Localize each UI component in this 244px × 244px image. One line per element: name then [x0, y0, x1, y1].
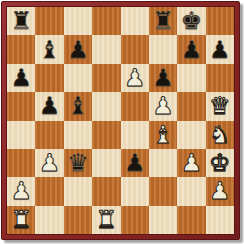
square-g3[interactable]: ♟ [177, 149, 205, 177]
square-a8[interactable]: ♜ [7, 7, 35, 35]
square-a3[interactable] [7, 149, 35, 177]
board: ♜♜♚♝♟♟♟♟♟♟♟♝♟♛♝♞♟♛♟♟♚♟♟♜♜ [7, 7, 234, 234]
piece-white-king-h3[interactable]: ♚ [209, 149, 231, 177]
square-e7[interactable] [121, 35, 149, 63]
square-d7[interactable] [92, 35, 120, 63]
square-h1[interactable] [206, 206, 234, 234]
piece-white-rook-d1[interactable]: ♜ [96, 206, 118, 234]
square-h2[interactable]: ♟ [206, 177, 234, 205]
piece-black-rook-a8[interactable]: ♜ [10, 7, 32, 35]
piece-black-pawn-h7[interactable]: ♟ [209, 36, 231, 64]
piece-white-queen-h5[interactable]: ♛ [209, 92, 231, 120]
piece-white-pawn-b3[interactable]: ♟ [39, 149, 61, 177]
piece-black-pawn-g7[interactable]: ♟ [181, 36, 203, 64]
square-g2[interactable] [177, 177, 205, 205]
piece-white-pawn-a2[interactable]: ♟ [10, 177, 32, 205]
piece-white-pawn-h2[interactable]: ♟ [209, 177, 231, 205]
piece-black-pawn-f6[interactable]: ♟ [152, 64, 174, 92]
square-g7[interactable]: ♟ [177, 35, 205, 63]
square-c7[interactable]: ♟ [64, 35, 92, 63]
square-a5[interactable] [7, 92, 35, 120]
piece-black-pawn-b5[interactable]: ♟ [39, 92, 61, 120]
square-a7[interactable] [7, 35, 35, 63]
piece-black-king-g8[interactable]: ♚ [181, 7, 203, 35]
square-b3[interactable]: ♟ [35, 149, 63, 177]
square-c2[interactable] [64, 177, 92, 205]
square-e6[interactable]: ♟ [121, 64, 149, 92]
square-h4[interactable]: ♞ [206, 121, 234, 149]
piece-white-rook-a1[interactable]: ♜ [10, 206, 32, 234]
square-f6[interactable]: ♟ [149, 64, 177, 92]
square-h8[interactable] [206, 7, 234, 35]
piece-white-bishop-f4[interactable]: ♝ [152, 121, 174, 149]
square-e5[interactable] [121, 92, 149, 120]
square-f3[interactable] [149, 149, 177, 177]
page-background: ♜♜♚♝♟♟♟♟♟♟♟♝♟♛♝♞♟♛♟♟♚♟♟♜♜ [0, 0, 244, 244]
square-b4[interactable] [35, 121, 63, 149]
square-b6[interactable] [35, 64, 63, 92]
square-a1[interactable]: ♜ [7, 206, 35, 234]
square-g6[interactable] [177, 64, 205, 92]
square-h6[interactable] [206, 64, 234, 92]
square-b8[interactable] [35, 7, 63, 35]
square-d8[interactable] [92, 7, 120, 35]
square-g5[interactable] [177, 92, 205, 120]
square-b2[interactable] [35, 177, 63, 205]
square-d2[interactable] [92, 177, 120, 205]
square-h3[interactable]: ♚ [206, 149, 234, 177]
square-b1[interactable] [35, 206, 63, 234]
square-c1[interactable] [64, 206, 92, 234]
square-f4[interactable]: ♝ [149, 121, 177, 149]
square-b7[interactable]: ♝ [35, 35, 63, 63]
square-c5[interactable]: ♝ [64, 92, 92, 120]
piece-white-pawn-g3[interactable]: ♟ [181, 149, 203, 177]
square-d3[interactable] [92, 149, 120, 177]
square-d6[interactable] [92, 64, 120, 92]
piece-black-bishop-b7[interactable]: ♝ [39, 36, 61, 64]
piece-black-pawn-e3[interactable]: ♟ [124, 149, 146, 177]
square-h5[interactable]: ♛ [206, 92, 234, 120]
piece-white-pawn-e6[interactable]: ♟ [124, 64, 146, 92]
square-a6[interactable]: ♟ [7, 64, 35, 92]
square-e2[interactable] [121, 177, 149, 205]
square-b5[interactable]: ♟ [35, 92, 63, 120]
piece-black-pawn-a6[interactable]: ♟ [10, 64, 32, 92]
square-a2[interactable]: ♟ [7, 177, 35, 205]
square-c8[interactable] [64, 7, 92, 35]
square-c3[interactable]: ♛ [64, 149, 92, 177]
piece-black-bishop-c5[interactable]: ♝ [67, 92, 89, 120]
square-e3[interactable]: ♟ [121, 149, 149, 177]
square-g8[interactable]: ♚ [177, 7, 205, 35]
piece-white-pawn-f5[interactable]: ♟ [152, 92, 174, 120]
piece-black-rook-f8[interactable]: ♜ [152, 7, 174, 35]
square-c4[interactable] [64, 121, 92, 149]
square-f5[interactable]: ♟ [149, 92, 177, 120]
square-d4[interactable] [92, 121, 120, 149]
square-f8[interactable]: ♜ [149, 7, 177, 35]
square-g1[interactable] [177, 206, 205, 234]
square-f7[interactable] [149, 35, 177, 63]
square-d1[interactable]: ♜ [92, 206, 120, 234]
square-c6[interactable] [64, 64, 92, 92]
square-f1[interactable] [149, 206, 177, 234]
square-e4[interactable] [121, 121, 149, 149]
piece-black-queen-c3[interactable]: ♛ [67, 149, 89, 177]
square-e1[interactable] [121, 206, 149, 234]
square-e8[interactable] [121, 7, 149, 35]
square-f2[interactable] [149, 177, 177, 205]
square-g4[interactable] [177, 121, 205, 149]
square-d5[interactable] [92, 92, 120, 120]
board-frame: ♜♜♚♝♟♟♟♟♟♟♟♝♟♛♝♞♟♛♟♟♚♟♟♜♜ [1, 1, 240, 240]
square-h7[interactable]: ♟ [206, 35, 234, 63]
square-a4[interactable] [7, 121, 35, 149]
piece-black-pawn-c7[interactable]: ♟ [67, 36, 89, 64]
piece-white-knight-h4[interactable]: ♞ [209, 121, 231, 149]
